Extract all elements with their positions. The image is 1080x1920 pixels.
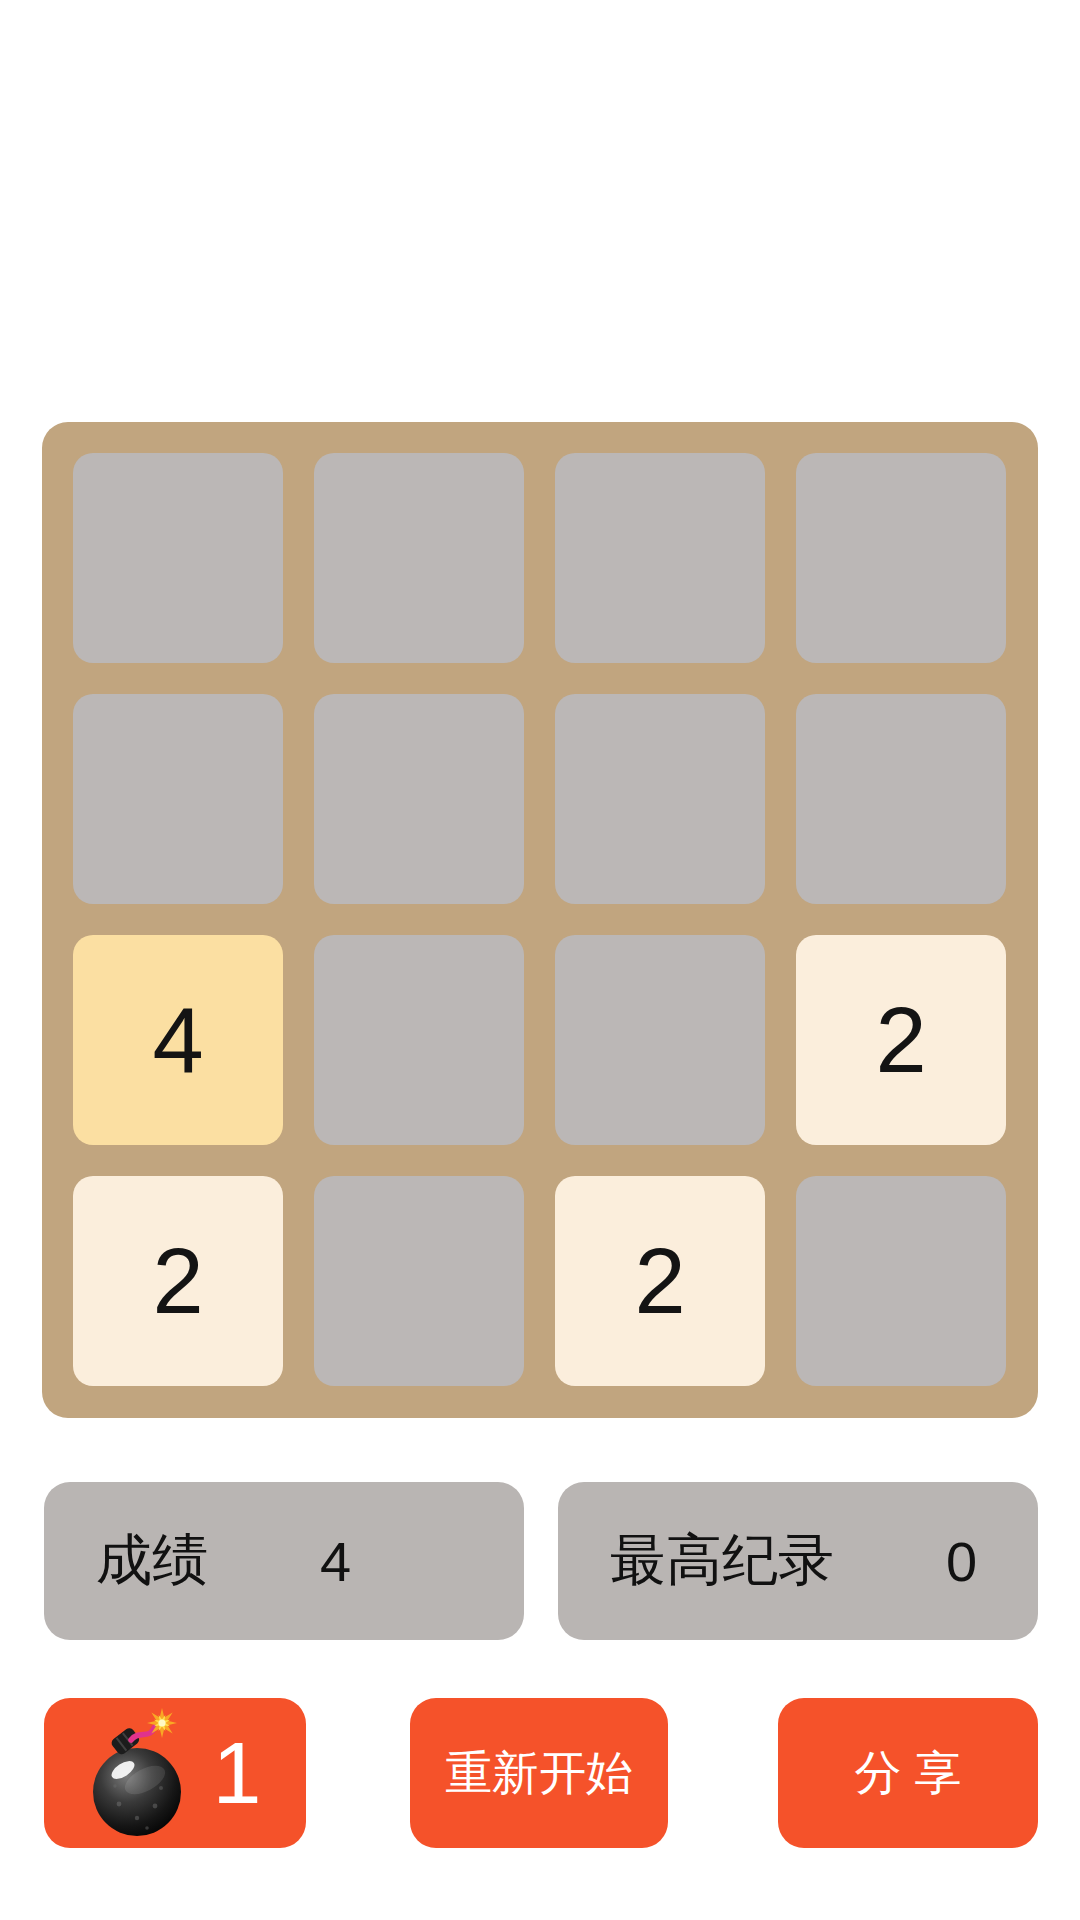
empty-cell-r0c0 [73,453,283,663]
empty-cell-r0c3 [796,453,1006,663]
empty-cell-r3c1 [314,1176,524,1386]
score-panel: 成绩 4 [44,1482,524,1640]
board[interactable]: 4222 [42,422,1038,1418]
empty-cell-r1c2 [555,694,765,904]
bomb-count: 1 [213,1729,262,1817]
tile-2-r3c0: 2 [73,1176,283,1386]
best-score-panel: 最高纪录 0 [558,1482,1038,1640]
bomb-button[interactable]: 1 [44,1698,306,1848]
empty-cell-r0c1 [314,453,524,663]
game-screen: 4222 成绩 4 最高纪录 0 [0,0,1080,1920]
empty-cell-r0c2 [555,453,765,663]
score-value: 4 [320,1529,351,1594]
empty-cell-r1c0 [73,694,283,904]
share-button[interactable]: 分 享 [778,1698,1038,1848]
empty-cell-r3c3 [796,1176,1006,1386]
tile-2-r2c3: 2 [796,935,1006,1145]
restart-button[interactable]: 重新开始 [410,1698,668,1848]
empty-cell-r1c1 [314,694,524,904]
best-score-label: 最高纪录 [610,1523,834,1599]
tile-4-r2c0: 4 [73,935,283,1145]
best-score-value: 0 [946,1529,977,1594]
score-label: 成绩 [96,1523,208,1599]
tile-2-r3c2: 2 [555,1176,765,1386]
empty-cell-r2c2 [555,935,765,1145]
bomb-icon [89,1708,189,1838]
empty-cell-r1c3 [796,694,1006,904]
empty-cell-r2c1 [314,935,524,1145]
